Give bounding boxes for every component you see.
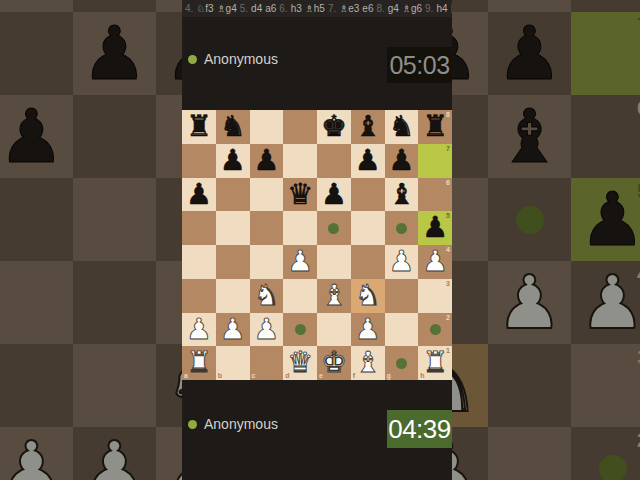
square-g7[interactable]: ♟ [385, 144, 419, 178]
square-c8[interactable] [250, 110, 284, 144]
move-number: 6. [279, 3, 287, 14]
rank-coordinate-3: 3 [446, 280, 450, 287]
square-h7: 7 [571, 12, 640, 95]
square-h3[interactable]: 3 [418, 279, 452, 313]
square-g4: ♟ [488, 261, 571, 344]
square-g3[interactable] [385, 279, 419, 313]
square-a6[interactable]: ♟ [182, 178, 216, 212]
piece-white-pawn[interactable]: ♟ [250, 313, 284, 347]
square-e3[interactable]: ♝ [317, 279, 351, 313]
move-token[interactable]: a6 [265, 3, 276, 14]
square-a4[interactable] [182, 245, 216, 279]
file-coordinate-d: d [285, 372, 289, 379]
piece-white-knight[interactable]: ♞ [351, 279, 385, 313]
piece-black-rook: ♜ [571, 0, 640, 12]
piece-black-bishop: ♝ [488, 95, 571, 178]
move-destination-dot [516, 206, 544, 234]
file-coordinate-e: e [319, 372, 323, 379]
rank-coordinate-4: 4 [446, 246, 450, 253]
square-e2[interactable] [317, 313, 351, 347]
piece-white-pawn: ♟ [488, 261, 571, 344]
move-destination-dot [599, 455, 627, 480]
move-number: 8. [376, 3, 384, 14]
square-e6[interactable]: ♟ [317, 178, 351, 212]
square-c1[interactable]: c [250, 346, 284, 380]
piece-white-pawn: ♟ [571, 261, 640, 344]
file-coordinate-c: c [252, 372, 256, 379]
online-dot [188, 420, 197, 429]
square-e7[interactable] [317, 144, 351, 178]
move-destination-dot[interactable] [328, 223, 339, 234]
piece-black-pawn: ♟ [0, 95, 73, 178]
piece-white-pawn[interactable]: ♟ [216, 313, 250, 347]
square-h6: 6 [571, 95, 640, 178]
square-g5 [488, 178, 571, 261]
square-h7[interactable]: 7 [418, 144, 452, 178]
square-b5 [73, 178, 156, 261]
square-f6[interactable] [351, 178, 385, 212]
piece-black-pawn[interactable]: ♟ [317, 178, 351, 212]
square-d5[interactable] [283, 211, 317, 245]
piece-white-pawn: ♟ [0, 427, 73, 480]
square-a2[interactable]: ♟ [182, 313, 216, 347]
move-destination-dot[interactable] [396, 358, 407, 369]
square-h4[interactable]: ♟4 [418, 245, 452, 279]
move-destination-dot[interactable] [430, 324, 441, 335]
square-f3[interactable]: ♞ [351, 279, 385, 313]
square-e1[interactable]: ♚e [317, 346, 351, 380]
move-destination-dot[interactable] [396, 223, 407, 234]
piece-white-pawn[interactable]: ♟ [351, 313, 385, 347]
square-e8[interactable]: ♚ [317, 110, 351, 144]
square-a4 [0, 261, 73, 344]
square-a7[interactable] [182, 144, 216, 178]
square-b5[interactable] [216, 211, 250, 245]
piece-white-bishop[interactable]: ♝ [317, 279, 351, 313]
rank-coordinate-8: 8 [446, 111, 450, 118]
move-token[interactable]: h4 [436, 3, 447, 14]
square-b3[interactable] [216, 279, 250, 313]
move-token[interactable]: ♗h5 [305, 3, 325, 14]
piece-black-pawn[interactable]: ♟ [250, 144, 284, 178]
file-coordinate-h: h [420, 372, 424, 379]
rank-coordinate-1: 1 [446, 347, 450, 354]
square-c7[interactable]: ♟ [250, 144, 284, 178]
square-h8[interactable]: ♜8 [418, 110, 452, 144]
piece-black-bishop[interactable]: ♝ [351, 110, 385, 144]
square-b1[interactable]: b [216, 346, 250, 380]
move-number: 7. [328, 3, 336, 14]
move-token[interactable]: h5 [451, 3, 453, 14]
square-f1[interactable]: ♝f [351, 346, 385, 380]
square-b6 [73, 95, 156, 178]
square-d8[interactable] [283, 110, 317, 144]
move-token[interactable]: e6 [362, 3, 373, 14]
piece-black-pawn: ♟ [488, 12, 571, 95]
square-a3[interactable] [182, 279, 216, 313]
move-token[interactable]: h3 [291, 3, 302, 14]
move-number: 9. [425, 3, 433, 14]
square-g5[interactable] [385, 211, 419, 245]
piece-black-pawn: ♟ [571, 178, 640, 261]
square-a2: ♟ [0, 427, 73, 480]
move-number: 4. [185, 3, 193, 14]
square-g6[interactable]: ♝ [385, 178, 419, 212]
piece-black-knight: ♞ [488, 0, 571, 12]
square-c6[interactable] [250, 178, 284, 212]
square-c3[interactable]: ♞ [250, 279, 284, 313]
square-a6: ♟ [0, 95, 73, 178]
move-number: 5. [240, 3, 248, 14]
square-b2[interactable]: ♟ [216, 313, 250, 347]
piece-white-pawn[interactable]: ♟ [283, 245, 317, 279]
move-token[interactable]: d4 [251, 3, 262, 14]
square-a5 [0, 178, 73, 261]
square-d1[interactable]: ♛d [283, 346, 317, 380]
piece-black-pawn[interactable]: ♟ [182, 178, 216, 212]
square-c5[interactable] [250, 211, 284, 245]
square-a8[interactable]: ♜ [182, 110, 216, 144]
move-destination-dot[interactable] [295, 324, 306, 335]
file-coordinate-f: f [353, 372, 355, 379]
square-h2: 2 [571, 427, 640, 480]
player-row-top: Anonymous [188, 49, 278, 69]
piece-white-bishop[interactable]: ♝ [351, 346, 385, 380]
square-b2: ♟ [73, 427, 156, 480]
piece-black-pawn[interactable]: ♟ [351, 144, 385, 178]
square-h8: ♜8 [571, 0, 640, 12]
move-token[interactable]: ♗g4 [217, 3, 237, 14]
clock-top: 05:03 [387, 47, 452, 83]
square-g6: ♝ [488, 95, 571, 178]
piece-black-queen[interactable]: ♛ [283, 178, 317, 212]
square-h1[interactable]: ♜h1 [418, 346, 452, 380]
move-list-bar[interactable]: 4.♘f3♗g45.d4a66.h3♗h57.♗e3e68.g4♗g69.h4h… [182, 0, 452, 17]
rank-coordinate-5: 5 [446, 212, 450, 219]
square-g2 [488, 427, 571, 480]
square-d6[interactable]: ♛ [283, 178, 317, 212]
square-g2[interactable] [385, 313, 419, 347]
square-h5: ♟5 [571, 178, 640, 261]
piece-black-pawn: ♟ [73, 12, 156, 95]
square-d7[interactable] [283, 144, 317, 178]
square-g7: ♟ [488, 12, 571, 95]
rank-coordinate-2: 2 [446, 314, 450, 321]
square-h3: 3 [571, 344, 640, 427]
piece-black-pawn[interactable]: ♟ [385, 144, 419, 178]
square-g1[interactable]: g [385, 346, 419, 380]
piece-black-pawn[interactable]: ♟ [216, 144, 250, 178]
clock-bottom: 04:39 [387, 410, 452, 448]
rank-coordinate-6: 6 [446, 179, 450, 186]
square-c2[interactable]: ♟ [250, 313, 284, 347]
piece-black-rook[interactable]: ♜ [182, 110, 216, 144]
square-b7: ♟ [73, 12, 156, 95]
square-g8: ♞ [488, 0, 571, 12]
piece-white-knight[interactable]: ♞ [250, 279, 284, 313]
square-b4 [73, 261, 156, 344]
square-h4: ♟4 [571, 261, 640, 344]
player-row-bottom: Anonymous [188, 414, 278, 434]
square-b7[interactable]: ♟ [216, 144, 250, 178]
square-b8[interactable]: ♞ [216, 110, 250, 144]
square-d2[interactable] [283, 313, 317, 347]
online-dot [188, 55, 197, 64]
move-token[interactable]: ♗g6 [402, 3, 422, 14]
app-column: 4.♘f3♗g45.d4a66.h3♗h57.♗e3e68.g4♗g69.h4h… [182, 0, 452, 480]
square-h6[interactable]: 6 [418, 178, 452, 212]
square-c4[interactable] [250, 245, 284, 279]
square-d4[interactable]: ♟ [283, 245, 317, 279]
square-a8: ♜ [0, 0, 73, 12]
move-token[interactable]: ♘f3 [196, 3, 213, 14]
square-g3 [488, 344, 571, 427]
square-f8[interactable]: ♝ [351, 110, 385, 144]
player-name-bottom: Anonymous [204, 416, 278, 432]
square-f7[interactable]: ♟ [351, 144, 385, 178]
player-name-top: Anonymous [204, 51, 278, 67]
move-token[interactable]: g4 [388, 3, 399, 14]
file-coordinate-a: a [184, 372, 188, 379]
square-f2[interactable]: ♟ [351, 313, 385, 347]
square-h5[interactable]: ♟5 [418, 211, 452, 245]
square-a3 [0, 344, 73, 427]
square-a1[interactable]: ♜a [182, 346, 216, 380]
square-b6[interactable] [216, 178, 250, 212]
square-d3[interactable] [283, 279, 317, 313]
piece-black-knight[interactable]: ♞ [385, 110, 419, 144]
square-f5[interactable] [351, 211, 385, 245]
piece-white-pawn[interactable]: ♟ [385, 245, 419, 279]
square-e5[interactable] [317, 211, 351, 245]
piece-white-pawn: ♟ [73, 427, 156, 480]
rank-coordinate-7: 7 [446, 145, 450, 152]
piece-black-rook: ♜ [0, 0, 73, 12]
square-g4[interactable]: ♟ [385, 245, 419, 279]
piece-white-pawn[interactable]: ♟ [182, 313, 216, 347]
square-g8[interactable]: ♞ [385, 110, 419, 144]
piece-black-bishop[interactable]: ♝ [385, 178, 419, 212]
file-coordinate-g: g [387, 372, 391, 379]
square-a7 [0, 12, 73, 95]
square-b8: ♞ [73, 0, 156, 12]
square-b4[interactable] [216, 245, 250, 279]
square-e4[interactable] [317, 245, 351, 279]
move-token[interactable]: ♗e3 [339, 3, 359, 14]
piece-black-knight: ♞ [73, 0, 156, 12]
piece-black-knight[interactable]: ♞ [216, 110, 250, 144]
square-b3 [73, 344, 156, 427]
piece-black-king[interactable]: ♚ [317, 110, 351, 144]
square-h2[interactable]: 2 [418, 313, 452, 347]
chess-board[interactable]: ♜♞♚♝♞♜8♟♟♟♟7♟♛♟♝6♟5♟♟♟4♞♝♞3♟♟♟♟2♜abc♛d♚e… [182, 110, 452, 380]
square-f4[interactable] [351, 245, 385, 279]
file-coordinate-b: b [218, 372, 222, 379]
square-a5[interactable] [182, 211, 216, 245]
